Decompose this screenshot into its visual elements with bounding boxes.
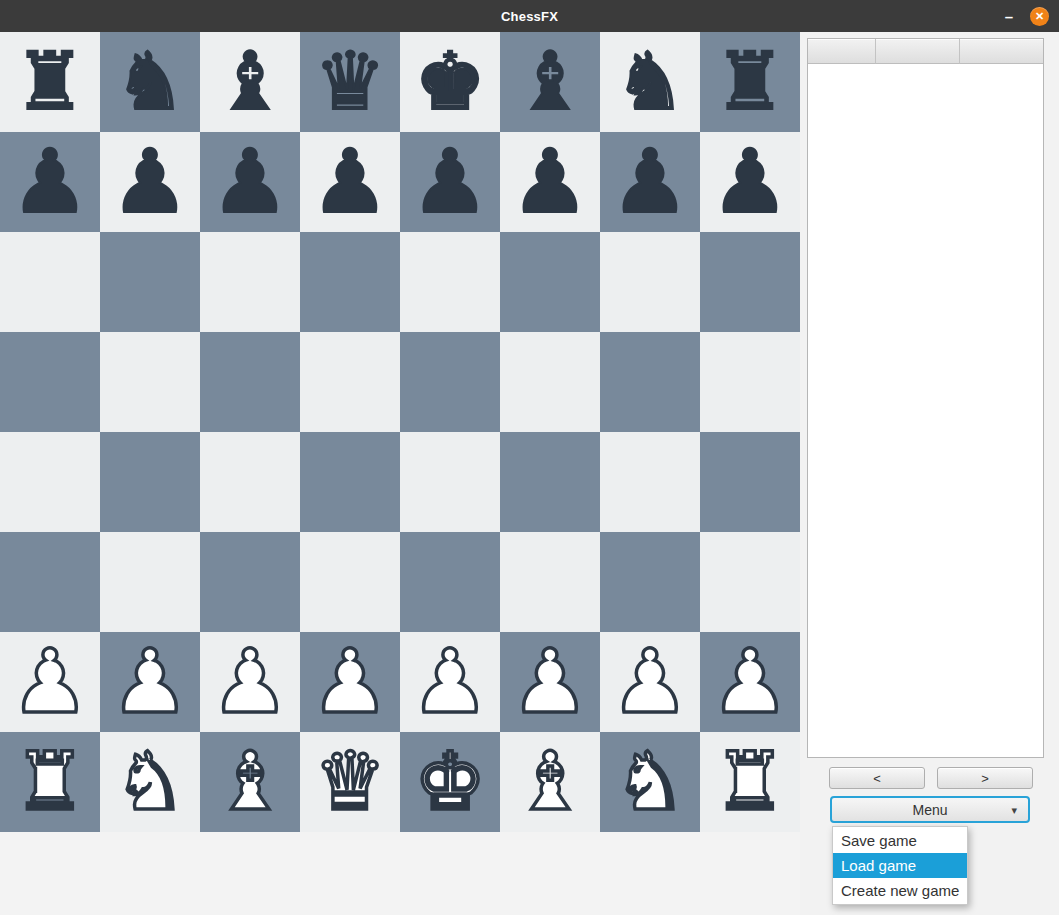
- piece-black-pawn[interactable]: ♟: [500, 132, 600, 232]
- piece-black-bishop[interactable]: ♝: [500, 32, 600, 132]
- piece-black-knight[interactable]: ♞: [600, 32, 700, 132]
- square-g3[interactable]: [600, 532, 700, 632]
- piece-white-knight[interactable]: ♞: [600, 732, 700, 832]
- square-f6[interactable]: [500, 232, 600, 332]
- square-a2[interactable]: ♟: [0, 632, 100, 732]
- square-g5[interactable]: [600, 332, 700, 432]
- piece-black-queen[interactable]: ♛: [300, 32, 400, 132]
- piece-black-king[interactable]: ♚: [400, 32, 500, 132]
- piece-white-pawn[interactable]: ♟: [400, 632, 500, 732]
- piece-black-pawn[interactable]: ♟: [400, 132, 500, 232]
- square-c4[interactable]: [200, 432, 300, 532]
- piece-white-queen[interactable]: ♛: [300, 732, 400, 832]
- chevron-down-icon: ▾: [1011, 803, 1017, 816]
- square-h4[interactable]: [700, 432, 800, 532]
- square-a4[interactable]: [0, 432, 100, 532]
- square-d2[interactable]: ♟: [300, 632, 400, 732]
- piece-black-pawn[interactable]: ♟: [100, 132, 200, 232]
- piece-black-rook[interactable]: ♜: [700, 32, 800, 132]
- piece-white-pawn[interactable]: ♟: [200, 632, 300, 732]
- square-d6[interactable]: [300, 232, 400, 332]
- square-c8[interactable]: ♝: [200, 32, 300, 132]
- previous-move-icon: <: [873, 771, 881, 786]
- piece-black-pawn[interactable]: ♟: [200, 132, 300, 232]
- square-c7[interactable]: ♟: [200, 132, 300, 232]
- square-f5[interactable]: [500, 332, 600, 432]
- square-c1[interactable]: ♝: [200, 732, 300, 832]
- next-move-button[interactable]: >: [937, 767, 1033, 789]
- square-b4[interactable]: [100, 432, 200, 532]
- window-title: ChessFX: [501, 9, 558, 24]
- square-d8[interactable]: ♛: [300, 32, 400, 132]
- square-f8[interactable]: ♝: [500, 32, 600, 132]
- square-h7[interactable]: ♟: [700, 132, 800, 232]
- table-column-header-2[interactable]: [876, 39, 960, 64]
- piece-white-rook[interactable]: ♜: [0, 732, 100, 832]
- square-e4[interactable]: [400, 432, 500, 532]
- piece-white-pawn[interactable]: ♟: [0, 632, 100, 732]
- square-f3[interactable]: [500, 532, 600, 632]
- piece-white-pawn[interactable]: ♟: [500, 632, 600, 732]
- square-g4[interactable]: [600, 432, 700, 532]
- square-d1[interactable]: ♛: [300, 732, 400, 832]
- table-column-header-3[interactable]: [960, 39, 1043, 64]
- close-button[interactable]: ✕: [1030, 7, 1049, 26]
- menu-item-load-game[interactable]: Load game: [833, 853, 967, 878]
- square-h6[interactable]: [700, 232, 800, 332]
- piece-white-pawn[interactable]: ♟: [700, 632, 800, 732]
- square-e8[interactable]: ♚: [400, 32, 500, 132]
- square-b2[interactable]: ♟: [100, 632, 200, 732]
- piece-black-rook[interactable]: ♜: [0, 32, 100, 132]
- square-b6[interactable]: [100, 232, 200, 332]
- square-g6[interactable]: [600, 232, 700, 332]
- square-g1[interactable]: ♞: [600, 732, 700, 832]
- menu-dropdown[interactable]: Menu ▾: [830, 796, 1030, 823]
- piece-white-king[interactable]: ♚: [400, 732, 500, 832]
- piece-black-pawn[interactable]: ♟: [600, 132, 700, 232]
- square-b5[interactable]: [100, 332, 200, 432]
- moves-table-body: [808, 64, 1043, 757]
- square-f7[interactable]: ♟: [500, 132, 600, 232]
- menu-dropdown-label: Menu: [912, 802, 947, 818]
- square-c5[interactable]: [200, 332, 300, 432]
- square-g2[interactable]: ♟: [600, 632, 700, 732]
- piece-white-pawn[interactable]: ♟: [600, 632, 700, 732]
- square-a7[interactable]: ♟: [0, 132, 100, 232]
- minimize-button[interactable]: –: [1001, 1, 1017, 33]
- square-d3[interactable]: [300, 532, 400, 632]
- menu-item-save-game[interactable]: Save game: [833, 828, 967, 853]
- square-e1[interactable]: ♚: [400, 732, 500, 832]
- square-a6[interactable]: [0, 232, 100, 332]
- square-h1[interactable]: ♜: [700, 732, 800, 832]
- previous-move-button[interactable]: <: [829, 767, 925, 789]
- square-h5[interactable]: [700, 332, 800, 432]
- piece-black-pawn[interactable]: ♟: [0, 132, 100, 232]
- square-g8[interactable]: ♞: [600, 32, 700, 132]
- square-e5[interactable]: [400, 332, 500, 432]
- square-b7[interactable]: ♟: [100, 132, 200, 232]
- side-panel: < > Menu ▾ Save gameLoad gameCreate new …: [800, 32, 1059, 915]
- square-d7[interactable]: ♟: [300, 132, 400, 232]
- square-f1[interactable]: ♝: [500, 732, 600, 832]
- moves-table-header: [808, 39, 1043, 64]
- square-g7[interactable]: ♟: [600, 132, 700, 232]
- piece-black-pawn[interactable]: ♟: [300, 132, 400, 232]
- piece-black-pawn[interactable]: ♟: [700, 132, 800, 232]
- square-a1[interactable]: ♜: [0, 732, 100, 832]
- moves-table: [807, 38, 1044, 758]
- square-h3[interactable]: [700, 532, 800, 632]
- piece-white-bishop[interactable]: ♝: [500, 732, 600, 832]
- square-a5[interactable]: [0, 332, 100, 432]
- square-b8[interactable]: ♞: [100, 32, 200, 132]
- square-f2[interactable]: ♟: [500, 632, 600, 732]
- square-h8[interactable]: ♜: [700, 32, 800, 132]
- square-c2[interactable]: ♟: [200, 632, 300, 732]
- square-b3[interactable]: [100, 532, 200, 632]
- piece-black-knight[interactable]: ♞: [100, 32, 200, 132]
- piece-white-bishop[interactable]: ♝: [200, 732, 300, 832]
- piece-white-pawn[interactable]: ♟: [100, 632, 200, 732]
- menu-popup: Save gameLoad gameCreate new game: [832, 826, 968, 905]
- square-h2[interactable]: ♟: [700, 632, 800, 732]
- square-e6[interactable]: [400, 232, 500, 332]
- square-f4[interactable]: [500, 432, 600, 532]
- chess-board: ♜♞♝♛♚♝♞♜♟♟♟♟♟♟♟♟♟♟♟♟♟♟♟♟♜♞♝♛♚♝♞♜: [0, 32, 800, 832]
- piece-white-knight[interactable]: ♞: [100, 732, 200, 832]
- close-icon: ✕: [1035, 10, 1044, 23]
- table-column-header-1[interactable]: [808, 39, 876, 64]
- square-c6[interactable]: [200, 232, 300, 332]
- square-e3[interactable]: [400, 532, 500, 632]
- window-controls: – ✕: [1001, 0, 1049, 32]
- square-d4[interactable]: [300, 432, 400, 532]
- square-a8[interactable]: ♜: [0, 32, 100, 132]
- menu-item-create-new-game[interactable]: Create new game: [833, 878, 967, 903]
- piece-white-pawn[interactable]: ♟: [300, 632, 400, 732]
- piece-white-rook[interactable]: ♜: [700, 732, 800, 832]
- window-titlebar: ChessFX – ✕: [0, 0, 1059, 33]
- square-e2[interactable]: ♟: [400, 632, 500, 732]
- square-b1[interactable]: ♞: [100, 732, 200, 832]
- square-d5[interactable]: [300, 332, 400, 432]
- square-a3[interactable]: [0, 532, 100, 632]
- next-move-icon: >: [981, 771, 989, 786]
- piece-black-bishop[interactable]: ♝: [200, 32, 300, 132]
- square-c3[interactable]: [200, 532, 300, 632]
- square-e7[interactable]: ♟: [400, 132, 500, 232]
